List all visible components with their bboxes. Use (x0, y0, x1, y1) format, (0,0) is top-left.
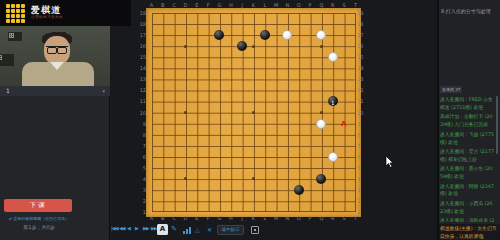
coord-label-left-side: 9 (134, 121, 146, 127)
coord-label-left-side: 4 (134, 176, 146, 182)
letter-marker-tool[interactable]: A (157, 224, 168, 235)
chat-message: 进入直播间：阿狸 (2367级) 欢迎 (440, 183, 495, 199)
hoshi-point (252, 45, 255, 48)
coord-label-left-side: 11 (134, 98, 146, 104)
chat-log[interactable]: 进入直播间：FRED 小鱼棋迷 (2731级) 欢迎养成计划：全勤打卡 (203… (440, 96, 495, 222)
chat-message: 进入直播间：星尘 (2177级) 棋友们晚上好 (440, 148, 495, 164)
hoshi-point (184, 177, 187, 180)
pencil-tool-icon[interactable]: ✎ (171, 224, 177, 235)
coord-label-left-side: 18 (134, 21, 146, 27)
chat-scrollbar[interactable] (496, 96, 498, 154)
instructor-glasses (46, 46, 68, 52)
logo-bar: 爱棋道 让围棋学习更高效 (0, 0, 131, 26)
fullscreen-icon[interactable] (251, 226, 259, 234)
playback-first-button[interactable]: |◀◀ (111, 225, 118, 231)
hoshi-point (252, 177, 255, 180)
analysis-chart-icon[interactable] (183, 227, 192, 234)
hoshi-point (184, 111, 187, 114)
playback-back-10-button[interactable]: ◀◀ (119, 225, 125, 231)
coord-label-left-side: 3 (134, 187, 146, 193)
go-teaching-app: 爱棋道 让围棋学习更高效 1 ▾ 下课 ⇄ 交换白板和视频（仅自己可见） 第1步… (0, 0, 500, 240)
clear-marks-button[interactable]: 清空标记 (217, 225, 244, 235)
chat-message: 进入直播间：小西瓜 (2623级) 欢迎 (440, 200, 495, 216)
coord-label-left-side: 17 (134, 32, 146, 38)
coord-label-left-side: 10 (134, 110, 146, 116)
board-selector-value: 1 (6, 87, 10, 94)
lesson-title: 8.打入点的分寸与处理 (441, 8, 499, 14)
room-chip[interactable]: 直播间 37 (440, 86, 462, 93)
coord-label-left-side: 15 (134, 54, 146, 60)
backdrop-logo (8, 32, 22, 41)
pinned-message: 棋道教练(主播)：女生们节日快乐，认真听课哦 (439, 224, 500, 240)
end-class-button[interactable]: 下课 (4, 199, 72, 212)
hoshi-point (320, 45, 323, 48)
cross-marker-tool[interactable]: ✕ (207, 224, 212, 235)
chat-message: 养成计划：全勤打卡 (2039级) 入门任务已完成 (440, 113, 495, 129)
coord-label-left-side: 5 (134, 165, 146, 171)
coord-label-left-side: 8 (134, 132, 146, 138)
brand-tagline: 让围棋学习更高效 (31, 15, 63, 19)
instructor-video[interactable] (0, 26, 110, 86)
coord-label-left-side: 7 (134, 143, 146, 149)
coord-label-left-side: 1 (134, 209, 146, 215)
chat-message: 进入直播间：清风徐来 (2675级) 欢迎 (440, 217, 495, 222)
coord-label-left-side: 16 (134, 43, 146, 49)
coord-label-left-side: 19 (134, 10, 146, 16)
backdrop-logo (0, 54, 14, 66)
coord-label-left-side: 14 (134, 65, 146, 71)
coord-label-left-side: 13 (134, 76, 146, 82)
go-board-grid[interactable] (152, 13, 356, 213)
hoshi-point (184, 45, 187, 48)
chat-message: 进入直播间：FRED 小鱼棋迷 (2731级) 欢迎 (440, 96, 495, 112)
board-selector[interactable]: 1 ▾ (0, 86, 110, 96)
swap-board-video-link[interactable]: ⇄ 交换白板和视频（仅自己可见） (2, 216, 76, 221)
hoshi-point (320, 111, 323, 114)
chat-message: 进入直播间：飞扬 (2775级) 欢迎 (440, 131, 495, 147)
mouse-cursor (385, 156, 394, 168)
coord-label-left-side: 12 (134, 87, 146, 93)
coord-label-left-side: 2 (134, 198, 146, 204)
step-counter: 第1步，共0步 (2, 224, 76, 230)
hoshi-point (252, 111, 255, 114)
chevron-down-icon: ▾ (102, 86, 105, 96)
brand-dots-icon (6, 4, 25, 23)
hoshi-point (320, 177, 323, 180)
playback-back-1-button[interactable]: ◀ (127, 225, 130, 231)
chat-message: 进入直播间：墨小鱼 (2059级) 欢迎 (440, 165, 495, 181)
triangle-marker-tool[interactable]: △ (195, 224, 200, 235)
coord-label-left-side: 6 (134, 154, 146, 160)
playback-forward-10-button[interactable]: ▶▶ (143, 225, 149, 231)
playback-forward-1-button[interactable]: ▶ (135, 225, 138, 231)
